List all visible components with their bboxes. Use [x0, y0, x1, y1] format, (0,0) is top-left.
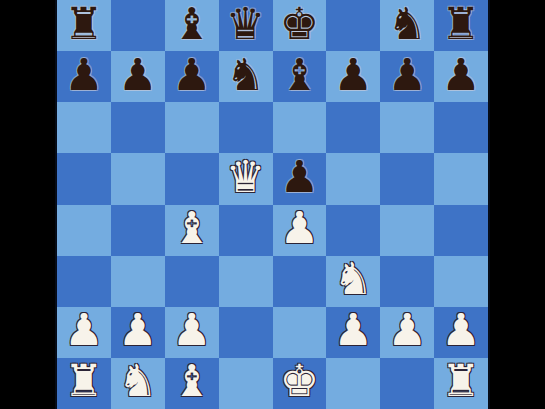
square-b4[interactable]	[111, 205, 165, 256]
square-c2[interactable]: ♟	[165, 307, 219, 358]
square-g2[interactable]: ♟	[380, 307, 434, 358]
square-d6[interactable]	[219, 102, 273, 153]
square-a4[interactable]	[57, 205, 111, 256]
piece-black-pawn: ♟	[64, 53, 103, 97]
square-a3[interactable]	[57, 256, 111, 307]
square-e1[interactable]: ♚	[273, 358, 327, 409]
square-g4[interactable]	[380, 205, 434, 256]
square-b6[interactable]	[111, 102, 165, 153]
piece-black-king: ♚	[280, 2, 319, 46]
square-d2[interactable]	[219, 307, 273, 358]
piece-white-pawn: ♟	[172, 308, 211, 352]
square-f4[interactable]	[326, 205, 380, 256]
square-c3[interactable]	[165, 256, 219, 307]
square-d5[interactable]: ♛	[219, 153, 273, 204]
square-e8[interactable]: ♚	[273, 0, 327, 51]
letterbox-left-bar	[0, 0, 57, 409]
square-e6[interactable]	[273, 102, 327, 153]
square-f3[interactable]: ♞	[326, 256, 380, 307]
square-d8[interactable]: ♛	[219, 0, 273, 51]
square-c8[interactable]: ♝	[165, 0, 219, 51]
piece-black-pawn: ♟	[334, 53, 373, 97]
square-a7[interactable]: ♟	[57, 51, 111, 102]
square-b8[interactable]	[111, 0, 165, 51]
piece-white-bishop: ♝	[172, 206, 211, 250]
piece-white-queen: ♛	[226, 155, 265, 199]
square-g1[interactable]	[380, 358, 434, 409]
square-g8[interactable]: ♞	[380, 0, 434, 51]
chess-board: ♜♝♛♚♞♜♟♟♟♞♝♟♟♟♛♟♝♟♞♟♟♟♟♟♟♜♞♝♚♜	[57, 0, 488, 409]
piece-white-rook: ♜	[441, 359, 480, 403]
square-f6[interactable]	[326, 102, 380, 153]
square-g5[interactable]	[380, 153, 434, 204]
piece-white-pawn: ♟	[280, 206, 319, 250]
square-g3[interactable]	[380, 256, 434, 307]
square-d3[interactable]	[219, 256, 273, 307]
piece-white-pawn: ♟	[334, 308, 373, 352]
piece-white-king: ♚	[280, 359, 319, 403]
square-f1[interactable]	[326, 358, 380, 409]
square-h4[interactable]	[434, 205, 488, 256]
square-a2[interactable]: ♟	[57, 307, 111, 358]
letterbox-right-bar	[488, 0, 545, 409]
square-b7[interactable]: ♟	[111, 51, 165, 102]
square-c1[interactable]: ♝	[165, 358, 219, 409]
square-d1[interactable]	[219, 358, 273, 409]
square-e4[interactable]: ♟	[273, 205, 327, 256]
square-a6[interactable]	[57, 102, 111, 153]
piece-white-knight: ♞	[334, 257, 373, 301]
piece-black-pawn: ♟	[387, 53, 426, 97]
square-g7[interactable]: ♟	[380, 51, 434, 102]
square-b2[interactable]: ♟	[111, 307, 165, 358]
square-h2[interactable]: ♟	[434, 307, 488, 358]
piece-black-queen: ♛	[226, 2, 265, 46]
square-f7[interactable]: ♟	[326, 51, 380, 102]
square-c6[interactable]	[165, 102, 219, 153]
square-h5[interactable]	[434, 153, 488, 204]
square-f2[interactable]: ♟	[326, 307, 380, 358]
square-e7[interactable]: ♝	[273, 51, 327, 102]
square-e3[interactable]	[273, 256, 327, 307]
piece-black-pawn: ♟	[172, 53, 211, 97]
piece-white-pawn: ♟	[387, 308, 426, 352]
piece-white-bishop: ♝	[172, 359, 211, 403]
square-d4[interactable]	[219, 205, 273, 256]
square-g6[interactable]	[380, 102, 434, 153]
square-a8[interactable]: ♜	[57, 0, 111, 51]
piece-white-pawn: ♟	[64, 308, 103, 352]
square-e2[interactable]	[273, 307, 327, 358]
piece-black-knight: ♞	[387, 2, 426, 46]
square-h6[interactable]	[434, 102, 488, 153]
square-c5[interactable]	[165, 153, 219, 204]
piece-white-pawn: ♟	[441, 308, 480, 352]
square-b1[interactable]: ♞	[111, 358, 165, 409]
square-h8[interactable]: ♜	[434, 0, 488, 51]
square-c7[interactable]: ♟	[165, 51, 219, 102]
piece-white-pawn: ♟	[118, 308, 157, 352]
video-frame: ♜♝♛♚♞♜♟♟♟♞♝♟♟♟♛♟♝♟♞♟♟♟♟♟♟♜♞♝♚♜	[0, 0, 545, 409]
square-h3[interactable]	[434, 256, 488, 307]
square-b3[interactable]	[111, 256, 165, 307]
piece-black-pawn: ♟	[280, 155, 319, 199]
square-a5[interactable]	[57, 153, 111, 204]
square-b5[interactable]	[111, 153, 165, 204]
piece-black-bishop: ♝	[280, 53, 319, 97]
square-f8[interactable]	[326, 0, 380, 51]
square-e5[interactable]: ♟	[273, 153, 327, 204]
piece-black-pawn: ♟	[118, 53, 157, 97]
piece-black-knight: ♞	[226, 53, 265, 97]
square-h7[interactable]: ♟	[434, 51, 488, 102]
square-c4[interactable]: ♝	[165, 205, 219, 256]
piece-black-bishop: ♝	[172, 2, 211, 46]
square-a1[interactable]: ♜	[57, 358, 111, 409]
piece-white-rook: ♜	[64, 359, 103, 403]
piece-black-rook: ♜	[64, 2, 103, 46]
piece-white-knight: ♞	[118, 359, 157, 403]
piece-black-rook: ♜	[441, 2, 480, 46]
piece-black-pawn: ♟	[441, 53, 480, 97]
square-h1[interactable]: ♜	[434, 358, 488, 409]
square-d7[interactable]: ♞	[219, 51, 273, 102]
square-f5[interactable]	[326, 153, 380, 204]
